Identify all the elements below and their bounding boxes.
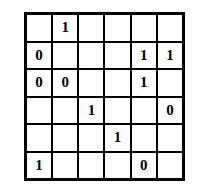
cell-r2c3[interactable]: [79, 43, 103, 69]
cell-r2c1: 0: [27, 43, 51, 69]
cell-r3c4[interactable]: [105, 70, 129, 96]
cell-r3c3[interactable]: [79, 70, 103, 96]
cell-r1c3[interactable]: [79, 15, 103, 41]
cell-r2c2[interactable]: [53, 43, 77, 69]
cell-r1c2: 1: [53, 15, 77, 41]
cell-r5c4: 1: [105, 125, 129, 151]
cell-r1c1[interactable]: [27, 15, 51, 41]
cell-r1c4[interactable]: [105, 15, 129, 41]
cell-r3c5: 1: [132, 70, 156, 96]
cell-r5c5[interactable]: [132, 125, 156, 151]
cell-r6c1: 1: [27, 153, 51, 179]
cell-r2c5: 1: [132, 43, 156, 69]
cell-r6c2[interactable]: [53, 153, 77, 179]
cell-r5c3[interactable]: [79, 125, 103, 151]
cell-r6c4[interactable]: [105, 153, 129, 179]
cell-r4c2[interactable]: [53, 98, 77, 124]
cell-r2c6: 1: [158, 43, 182, 69]
cell-r6c5: 0: [132, 153, 156, 179]
cell-r3c6[interactable]: [158, 70, 182, 96]
cell-r5c6[interactable]: [158, 125, 182, 151]
cell-r4c1[interactable]: [27, 98, 51, 124]
binairo-board: 101100110110: [24, 12, 185, 181]
cell-r3c1: 0: [27, 70, 51, 96]
cell-r1c6[interactable]: [158, 15, 182, 41]
cell-r4c4[interactable]: [105, 98, 129, 124]
cell-r6c3[interactable]: [79, 153, 103, 179]
cell-r4c6: 0: [158, 98, 182, 124]
cell-r1c5[interactable]: [132, 15, 156, 41]
cell-r3c2: 0: [53, 70, 77, 96]
cell-r2c4[interactable]: [105, 43, 129, 69]
cell-r5c2[interactable]: [53, 125, 77, 151]
cell-r4c3: 1: [79, 98, 103, 124]
cell-r4c5[interactable]: [132, 98, 156, 124]
page: 101100110110: [0, 0, 210, 195]
cell-r6c6[interactable]: [158, 153, 182, 179]
cell-r5c1[interactable]: [27, 125, 51, 151]
